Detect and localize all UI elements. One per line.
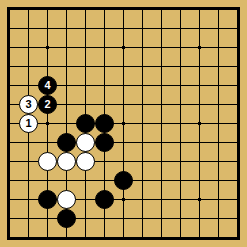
black-stone-move-4: 4 <box>38 76 57 95</box>
white-stone <box>38 152 57 171</box>
star-point <box>198 122 201 125</box>
star-point <box>122 122 125 125</box>
star-point <box>198 46 201 49</box>
black-stone-move-2: 2 <box>38 95 57 114</box>
black-stone <box>114 171 133 190</box>
black-stone <box>95 190 114 209</box>
white-stone <box>76 152 95 171</box>
white-stone <box>57 152 76 171</box>
go-board-diagram: 4321 <box>0 0 247 247</box>
board-intersections: 4321 <box>9 9 238 238</box>
white-stone-move-1: 1 <box>19 114 38 133</box>
star-point <box>198 198 201 201</box>
star-point <box>46 122 49 125</box>
star-point <box>46 46 49 49</box>
white-stone <box>76 133 95 152</box>
black-stone <box>57 209 76 228</box>
black-stone <box>95 133 114 152</box>
black-stone <box>76 114 95 133</box>
black-stone <box>95 114 114 133</box>
white-stone <box>57 190 76 209</box>
star-point <box>122 198 125 201</box>
black-stone <box>38 190 57 209</box>
star-point <box>122 46 125 49</box>
black-stone <box>57 133 76 152</box>
white-stone-move-3: 3 <box>19 95 38 114</box>
